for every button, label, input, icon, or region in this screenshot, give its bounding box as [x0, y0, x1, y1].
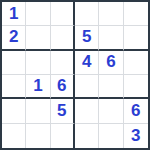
cell-r1c1[interactable]: 1 — [2, 2, 26, 26]
cell-r4c1[interactable] — [2, 75, 26, 99]
cell-r1c3[interactable] — [51, 2, 75, 26]
cell-r4c6[interactable] — [124, 75, 148, 99]
cell-r2c3[interactable] — [51, 26, 75, 50]
cell-r1c4[interactable] — [75, 2, 99, 26]
cell-r4c5[interactable] — [99, 75, 123, 99]
cell-r3c2[interactable] — [26, 51, 50, 75]
cell-r6c2[interactable] — [26, 124, 50, 148]
cell-r5c1[interactable] — [2, 99, 26, 123]
cell-r6c3[interactable] — [51, 124, 75, 148]
cell-r4c2[interactable]: 1 — [26, 75, 50, 99]
cell-r5c4[interactable] — [75, 99, 99, 123]
cell-r3c4[interactable]: 4 — [75, 51, 99, 75]
cell-r3c1[interactable] — [2, 51, 26, 75]
cell-r1c5[interactable] — [99, 2, 123, 26]
sudoku-board: 1254616563 — [0, 0, 150, 150]
cell-r6c5[interactable] — [99, 124, 123, 148]
cell-r3c3[interactable] — [51, 51, 75, 75]
cell-r4c3[interactable]: 6 — [51, 75, 75, 99]
cell-r6c6[interactable]: 3 — [124, 124, 148, 148]
cell-r5c2[interactable] — [26, 99, 50, 123]
cell-r5c3[interactable]: 5 — [51, 99, 75, 123]
cell-r4c4[interactable] — [75, 75, 99, 99]
cell-r2c4[interactable]: 5 — [75, 26, 99, 50]
cell-r2c5[interactable] — [99, 26, 123, 50]
cell-r1c6[interactable] — [124, 2, 148, 26]
cell-r3c6[interactable] — [124, 51, 148, 75]
cell-r5c5[interactable] — [99, 99, 123, 123]
cell-r2c6[interactable] — [124, 26, 148, 50]
cell-r5c6[interactable]: 6 — [124, 99, 148, 123]
cell-r6c4[interactable] — [75, 124, 99, 148]
cell-r6c1[interactable] — [2, 124, 26, 148]
cell-r2c2[interactable] — [26, 26, 50, 50]
cell-r1c2[interactable] — [26, 2, 50, 26]
cell-r3c5[interactable]: 6 — [99, 51, 123, 75]
cell-r2c1[interactable]: 2 — [2, 26, 26, 50]
